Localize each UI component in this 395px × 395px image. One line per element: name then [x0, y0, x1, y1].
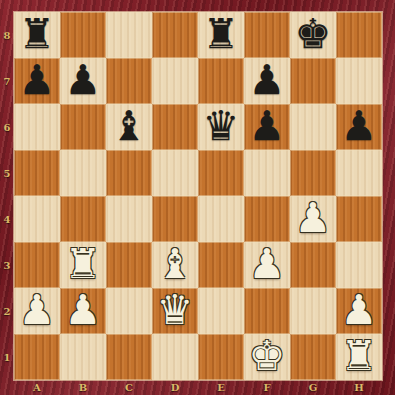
- square-a6[interactable]: [14, 104, 60, 150]
- black-queen-e6[interactable]: ♛: [203, 103, 240, 149]
- white-king-f1[interactable]: ♚: [249, 333, 286, 379]
- square-d4[interactable]: [152, 196, 198, 242]
- rank-label-3: 3: [0, 242, 14, 288]
- rank-label-6: 6: [0, 104, 14, 150]
- square-c3[interactable]: [106, 242, 152, 288]
- square-a2[interactable]: ♟: [14, 288, 60, 334]
- file-label-g: G: [290, 380, 336, 395]
- square-c2[interactable]: [106, 288, 152, 334]
- square-g5[interactable]: [290, 150, 336, 196]
- square-g6[interactable]: [290, 104, 336, 150]
- square-f3[interactable]: ♟: [244, 242, 290, 288]
- square-c1[interactable]: [106, 334, 152, 380]
- square-f5[interactable]: [244, 150, 290, 196]
- file-label-b: B: [60, 380, 106, 395]
- rank-label-8: 8: [0, 12, 14, 58]
- square-d2[interactable]: ♛: [152, 288, 198, 334]
- square-h2[interactable]: ♟: [336, 288, 382, 334]
- square-a4[interactable]: [14, 196, 60, 242]
- square-e1[interactable]: [198, 334, 244, 380]
- square-e2[interactable]: [198, 288, 244, 334]
- square-h5[interactable]: [336, 150, 382, 196]
- square-c8[interactable]: [106, 12, 152, 58]
- file-label-f: F: [244, 380, 290, 395]
- square-b3[interactable]: ♜: [60, 242, 106, 288]
- rank-labels: 87654321: [0, 12, 14, 380]
- square-d6[interactable]: [152, 104, 198, 150]
- black-pawn-f7[interactable]: ♟: [249, 57, 286, 103]
- square-a1[interactable]: [14, 334, 60, 380]
- chess-diagram: ♜♜♚♟♟♟♝♛♟♟♟♜♝♟♟♟♛♟♚♜ 87654321 ABCDEFGH: [0, 0, 395, 395]
- square-e8[interactable]: ♜: [198, 12, 244, 58]
- rank-label-4: 4: [0, 196, 14, 242]
- square-h4[interactable]: [336, 196, 382, 242]
- square-b8[interactable]: [60, 12, 106, 58]
- square-h6[interactable]: ♟: [336, 104, 382, 150]
- rank-label-1: 1: [0, 334, 14, 380]
- black-rook-a8[interactable]: ♜: [19, 11, 56, 57]
- square-g8[interactable]: ♚: [290, 12, 336, 58]
- square-e6[interactable]: ♛: [198, 104, 244, 150]
- square-e7[interactable]: [198, 58, 244, 104]
- square-h8[interactable]: [336, 12, 382, 58]
- square-f8[interactable]: [244, 12, 290, 58]
- white-rook-h1[interactable]: ♜: [341, 333, 378, 379]
- white-pawn-f3[interactable]: ♟: [249, 241, 286, 287]
- square-c6[interactable]: ♝: [106, 104, 152, 150]
- square-b5[interactable]: [60, 150, 106, 196]
- square-g1[interactable]: [290, 334, 336, 380]
- rank-label-2: 2: [0, 288, 14, 334]
- square-e5[interactable]: [198, 150, 244, 196]
- white-bishop-d3[interactable]: ♝: [157, 241, 194, 287]
- white-pawn-h2[interactable]: ♟: [341, 287, 378, 333]
- black-king-g8[interactable]: ♚: [295, 11, 332, 57]
- square-d8[interactable]: [152, 12, 198, 58]
- square-a3[interactable]: [14, 242, 60, 288]
- square-h3[interactable]: [336, 242, 382, 288]
- square-b1[interactable]: [60, 334, 106, 380]
- square-f7[interactable]: ♟: [244, 58, 290, 104]
- file-label-d: D: [152, 380, 198, 395]
- white-pawn-b2[interactable]: ♟: [65, 287, 102, 333]
- square-f2[interactable]: [244, 288, 290, 334]
- square-h7[interactable]: [336, 58, 382, 104]
- square-c7[interactable]: [106, 58, 152, 104]
- square-a7[interactable]: ♟: [14, 58, 60, 104]
- square-b4[interactable]: [60, 196, 106, 242]
- square-b2[interactable]: ♟: [60, 288, 106, 334]
- square-g7[interactable]: [290, 58, 336, 104]
- file-labels: ABCDEFGH: [14, 380, 382, 395]
- black-pawn-a7[interactable]: ♟: [19, 57, 56, 103]
- file-label-a: A: [14, 380, 60, 395]
- square-d1[interactable]: [152, 334, 198, 380]
- square-g4[interactable]: ♟: [290, 196, 336, 242]
- black-pawn-f6[interactable]: ♟: [249, 103, 286, 149]
- black-bishop-c6[interactable]: ♝: [111, 103, 148, 149]
- square-d5[interactable]: [152, 150, 198, 196]
- square-d7[interactable]: [152, 58, 198, 104]
- square-b7[interactable]: ♟: [60, 58, 106, 104]
- square-h1[interactable]: ♜: [336, 334, 382, 380]
- square-f1[interactable]: ♚: [244, 334, 290, 380]
- square-f4[interactable]: [244, 196, 290, 242]
- white-rook-b3[interactable]: ♜: [65, 241, 102, 287]
- square-a8[interactable]: ♜: [14, 12, 60, 58]
- square-e3[interactable]: [198, 242, 244, 288]
- white-queen-d2[interactable]: ♛: [157, 287, 194, 333]
- square-a5[interactable]: [14, 150, 60, 196]
- file-label-e: E: [198, 380, 244, 395]
- black-pawn-b7[interactable]: ♟: [65, 57, 102, 103]
- rank-label-7: 7: [0, 58, 14, 104]
- square-f6[interactable]: ♟: [244, 104, 290, 150]
- square-g3[interactable]: [290, 242, 336, 288]
- black-rook-e8[interactable]: ♜: [203, 11, 240, 57]
- square-b6[interactable]: [60, 104, 106, 150]
- square-c4[interactable]: [106, 196, 152, 242]
- black-pawn-h6[interactable]: ♟: [341, 103, 378, 149]
- square-d3[interactable]: ♝: [152, 242, 198, 288]
- board-grid: ♜♜♚♟♟♟♝♛♟♟♟♜♝♟♟♟♛♟♚♜: [14, 12, 382, 380]
- white-pawn-a2[interactable]: ♟: [19, 287, 56, 333]
- square-e4[interactable]: [198, 196, 244, 242]
- file-label-c: C: [106, 380, 152, 395]
- white-pawn-g4[interactable]: ♟: [295, 195, 332, 241]
- square-c5[interactable]: [106, 150, 152, 196]
- square-g2[interactable]: [290, 288, 336, 334]
- rank-label-5: 5: [0, 150, 14, 196]
- file-label-h: H: [336, 380, 382, 395]
